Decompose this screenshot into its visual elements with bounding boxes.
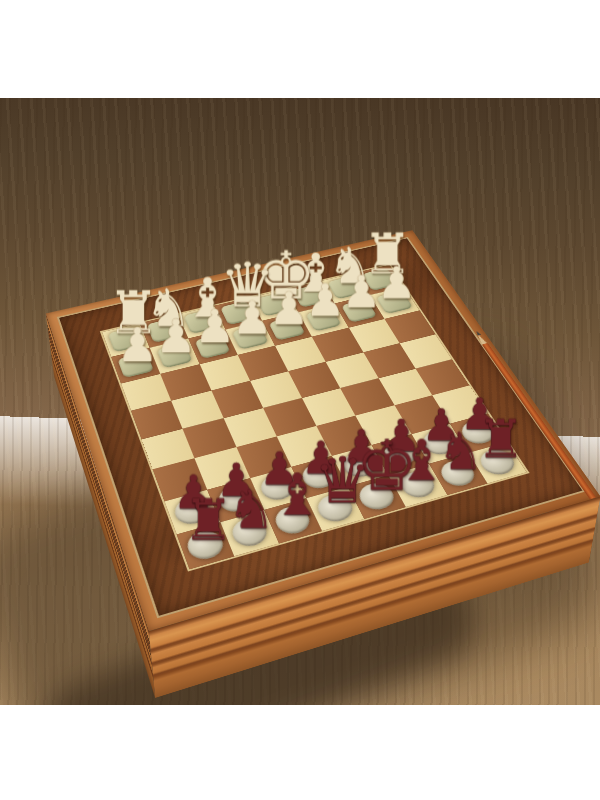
scene: ♜♞♝♛♚♝♞♜♟♟♟♟♟♟♟♟♟♟♟♟♟♟♟♟♜♞♝♛♚♝♞♜ [0, 98, 600, 705]
piece-egyptian-pawn[interactable]: ♟ [194, 305, 234, 349]
piece-egyptian-pawn[interactable]: ♟ [155, 314, 195, 358]
piece-egyptian-pawn[interactable]: ♟ [376, 263, 414, 305]
board-border-line: ♜♞♝♛♚♝♞♜♟♟♟♟♟♟♟♟♟♟♟♟♟♟♟♟♜♞♝♛♚♝♞♜ [100, 263, 530, 571]
piece-egyptian-pawn[interactable]: ♟ [268, 288, 307, 331]
piece-roman-rook[interactable]: ♜ [477, 415, 521, 465]
piece-egyptian-pawn[interactable]: ♟ [116, 323, 156, 367]
piece-roman-bishop[interactable]: ♝ [271, 469, 317, 524]
piece-egyptian-pawn[interactable]: ♟ [305, 279, 344, 322]
square-a6[interactable] [121, 374, 171, 411]
piece-roman-knight[interactable]: ♞ [228, 485, 274, 536]
white-backdrop-top [0, 0, 600, 98]
square-a7[interactable]: ♟ [111, 348, 160, 383]
square-a1[interactable]: ♜ [177, 522, 235, 569]
chess-box: ♜♞♝♛♚♝♞♜♟♟♟♟♟♟♟♟♟♟♟♟♟♟♟♟♜♞♝♛♚♝♞♜ [46, 230, 600, 631]
photo-area: ♜♞♝♛♚♝♞♜♟♟♟♟♟♟♟♟♟♟♟♟♟♟♟♟♜♞♝♛♚♝♞♜ [0, 98, 600, 705]
piece-roman-rook[interactable]: ♜ [183, 494, 229, 547]
board-grid: ♜♞♝♛♚♝♞♜♟♟♟♟♟♟♟♟♟♟♟♟♟♟♟♟♜♞♝♛♚♝♞♜ [102, 265, 527, 569]
white-backdrop-bottom [0, 705, 600, 800]
piece-egyptian-pawn[interactable]: ♟ [231, 296, 270, 339]
piece-egyptian-pawn[interactable]: ♟ [341, 271, 379, 313]
